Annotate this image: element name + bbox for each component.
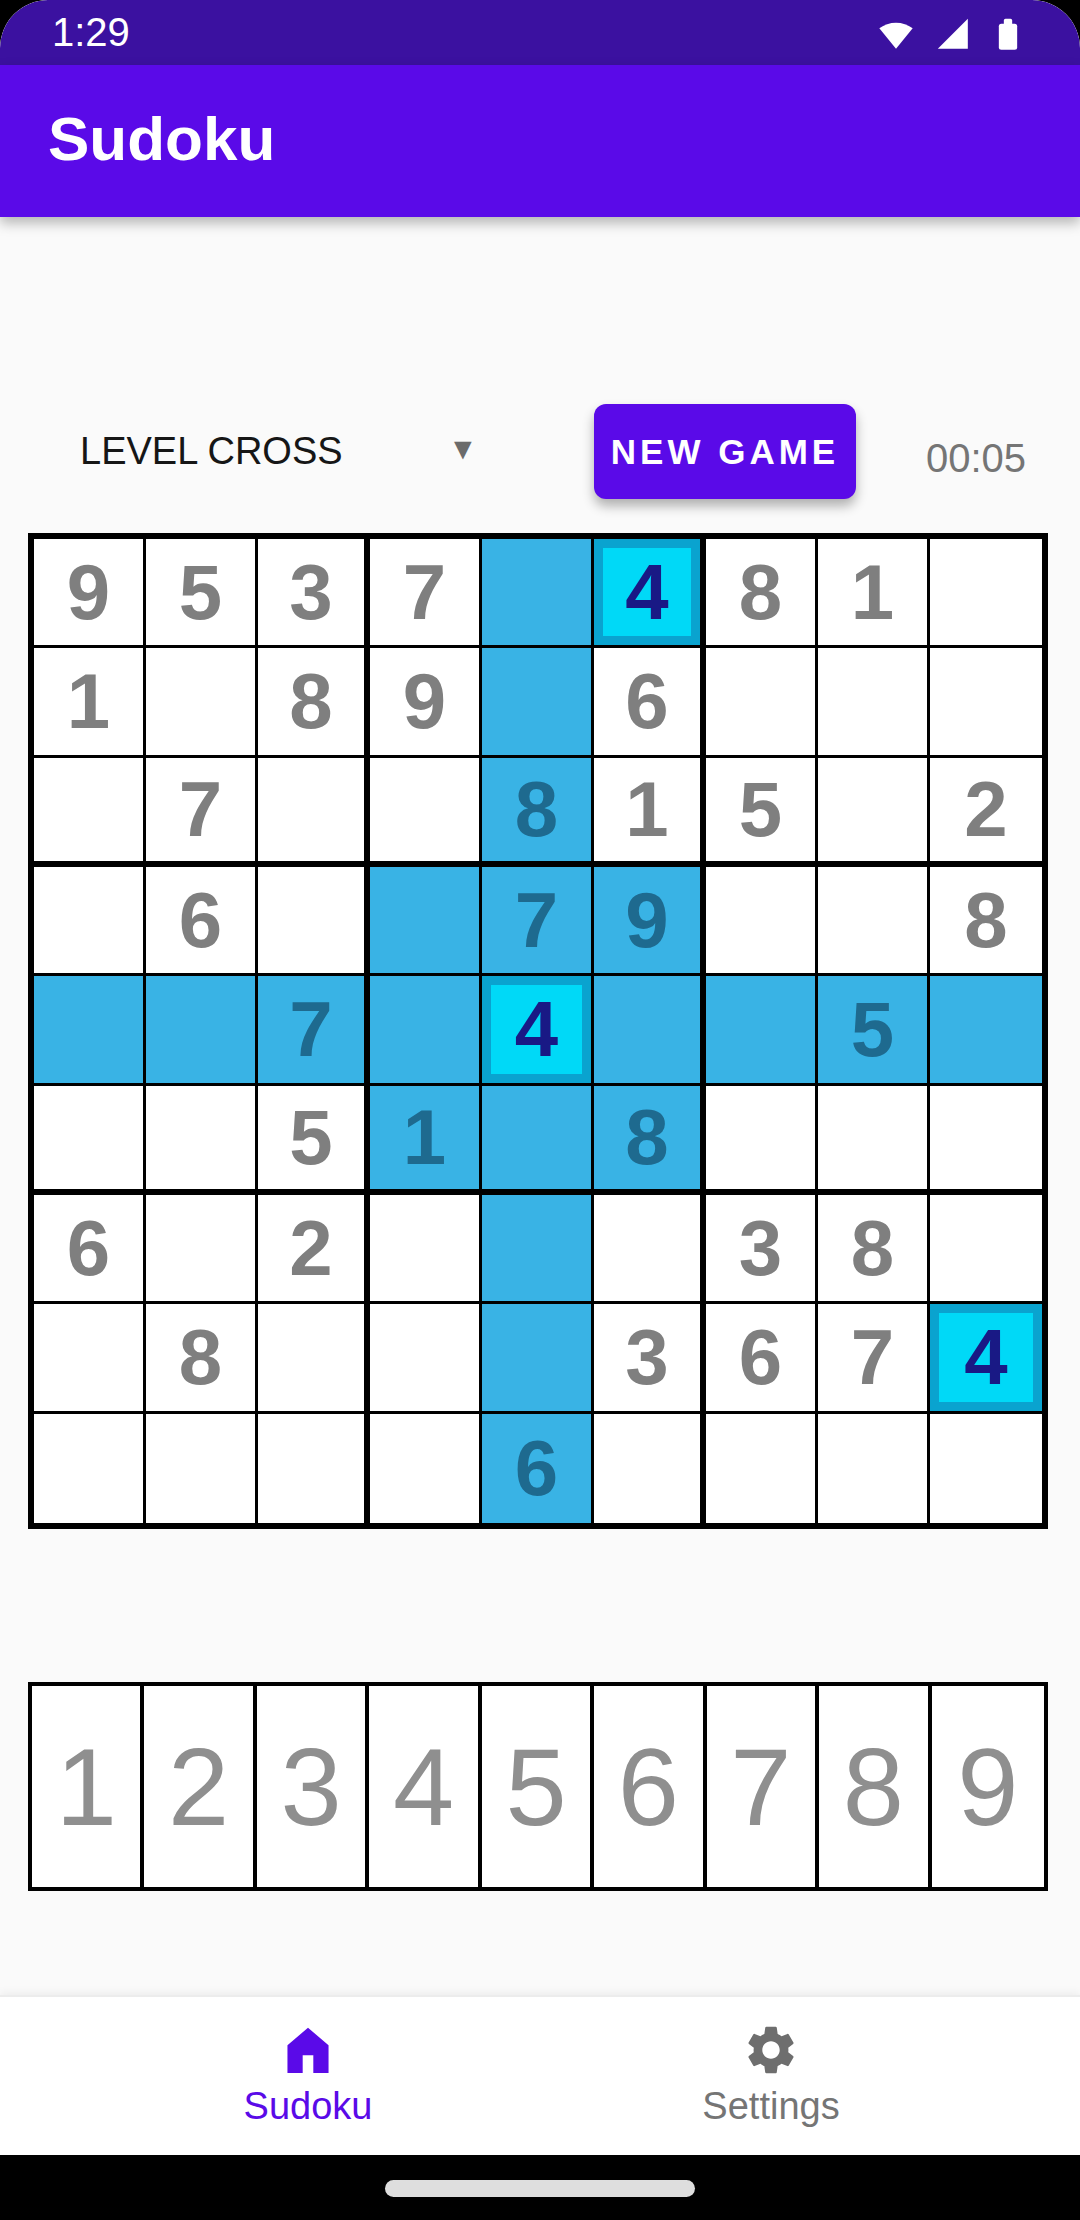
cell-digit: 4 <box>625 553 668 631</box>
numpad-button-7[interactable]: 7 <box>707 1686 819 1887</box>
cell-r3c9[interactable]: 2 <box>930 758 1042 867</box>
nav-item-sudoku[interactable]: Sudoku <box>148 1997 468 2128</box>
cell-r4c5[interactable]: 7 <box>482 867 594 976</box>
cell-r1c9[interactable] <box>930 539 1042 648</box>
cell-digit: 7 <box>403 553 446 631</box>
cell-digit: 9 <box>625 881 668 959</box>
cell-digit: 5 <box>739 770 782 848</box>
cell-r2c6[interactable]: 6 <box>594 648 706 757</box>
cell-r4c2[interactable]: 6 <box>146 867 258 976</box>
cell-r5c4[interactable] <box>370 976 482 1085</box>
cell-r9c4[interactable] <box>370 1414 482 1523</box>
cell-r8c3[interactable] <box>258 1304 370 1413</box>
cell-r8c8[interactable]: 7 <box>818 1304 930 1413</box>
cell-digit: 6 <box>179 881 222 959</box>
cell-r2c9[interactable] <box>930 648 1042 757</box>
cell-r7c9[interactable] <box>930 1195 1042 1304</box>
page-title: Sudoku <box>48 103 275 174</box>
cell-digit: 1 <box>851 553 894 631</box>
cell-digit: 8 <box>964 881 1007 959</box>
cell-r4c8[interactable] <box>818 867 930 976</box>
cell-r1c5[interactable] <box>482 539 594 648</box>
wifi-icon <box>876 13 916 53</box>
cell-digit: 1 <box>67 662 110 740</box>
cell-digit: 8 <box>515 770 558 848</box>
numpad-button-6[interactable]: 6 <box>594 1686 706 1887</box>
cell-r5c2[interactable] <box>146 976 258 1085</box>
cell-r4c1[interactable] <box>34 867 146 976</box>
cell-r9c9[interactable] <box>930 1414 1042 1523</box>
cell-digit: 3 <box>625 1318 668 1396</box>
cell-r6c4[interactable]: 1 <box>370 1086 482 1195</box>
cell-digit: 1 <box>403 1098 446 1176</box>
cell-r2c2[interactable] <box>146 648 258 757</box>
cell-r1c3[interactable]: 3 <box>258 539 370 648</box>
home-indicator[interactable] <box>385 2180 695 2197</box>
cell-r4c7[interactable] <box>706 867 818 976</box>
cell-r6c9[interactable] <box>930 1086 1042 1195</box>
cell-digit: 5 <box>851 990 894 1068</box>
numpad-button-4[interactable]: 4 <box>369 1686 481 1887</box>
cell-r7c3[interactable]: 2 <box>258 1195 370 1304</box>
cell-digit: 1 <box>625 770 668 848</box>
cell-r7c7[interactable]: 3 <box>706 1195 818 1304</box>
cell-r6c3[interactable]: 5 <box>258 1086 370 1195</box>
cell-r9c8[interactable] <box>818 1414 930 1523</box>
cell-r1c1[interactable]: 9 <box>34 539 146 648</box>
app-bar: Sudoku <box>0 65 1080 217</box>
phone-screen: 1:29 Sudoku LEVEL CROSS ▼ NEW GAME 00:05… <box>0 0 1080 2220</box>
cell-r9c6[interactable] <box>594 1414 706 1523</box>
cell-r3c8[interactable] <box>818 758 930 867</box>
cell-digit: 6 <box>739 1318 782 1396</box>
number-pad: 123456789 <box>28 1682 1048 1891</box>
cell-r7c4[interactable] <box>370 1195 482 1304</box>
cell-r1c8[interactable]: 1 <box>818 539 930 648</box>
home-icon <box>279 2021 337 2079</box>
gesture-bar <box>0 2155 1080 2220</box>
cellular-signal-icon <box>932 13 972 53</box>
cell-r4c9[interactable]: 8 <box>930 867 1042 976</box>
numpad-button-1[interactable]: 1 <box>32 1686 144 1887</box>
cell-digit: 9 <box>403 662 446 740</box>
cell-r7c8[interactable]: 8 <box>818 1195 930 1304</box>
cell-r4c6[interactable]: 9 <box>594 867 706 976</box>
cell-r2c1[interactable]: 1 <box>34 648 146 757</box>
cell-r2c3[interactable]: 8 <box>258 648 370 757</box>
cell-r5c5[interactable]: 4 <box>482 976 594 1085</box>
cell-digit: 5 <box>289 1098 332 1176</box>
numpad-button-9[interactable]: 9 <box>932 1686 1044 1887</box>
cell-digit: 8 <box>179 1318 222 1396</box>
battery-icon <box>988 13 1028 53</box>
chevron-down-icon[interactable]: ▼ <box>448 432 478 466</box>
cell-digit: 6 <box>515 1429 558 1507</box>
cell-digit: 7 <box>179 770 222 848</box>
cell-digit: 6 <box>67 1209 110 1287</box>
cell-r4c3[interactable] <box>258 867 370 976</box>
cell-r3c1[interactable] <box>34 758 146 867</box>
cell-r7c6[interactable] <box>594 1195 706 1304</box>
sudoku-grid: 953748118967815267987455186238836746 <box>28 533 1048 1529</box>
cell-r5c3[interactable]: 7 <box>258 976 370 1085</box>
cell-r3c4[interactable] <box>370 758 482 867</box>
cell-r8c2[interactable]: 8 <box>146 1304 258 1413</box>
nav-label-sudoku: Sudoku <box>148 2085 468 2128</box>
cell-r5c7[interactable] <box>706 976 818 1085</box>
cell-r6c8[interactable] <box>818 1086 930 1195</box>
cell-digit: 8 <box>625 1098 668 1176</box>
cell-r6c6[interactable]: 8 <box>594 1086 706 1195</box>
cell-r6c2[interactable] <box>146 1086 258 1195</box>
cell-r2c5[interactable] <box>482 648 594 757</box>
cell-digit: 3 <box>289 553 332 631</box>
cell-r8c7[interactable]: 6 <box>706 1304 818 1413</box>
cell-digit: 8 <box>851 1209 894 1287</box>
cell-r3c3[interactable] <box>258 758 370 867</box>
cell-digit: 4 <box>964 1318 1007 1396</box>
cell-digit: 8 <box>739 553 782 631</box>
cell-r8c9[interactable]: 4 <box>930 1304 1042 1413</box>
cell-r3c6[interactable]: 1 <box>594 758 706 867</box>
cell-r8c6[interactable]: 3 <box>594 1304 706 1413</box>
gear-icon <box>742 2021 800 2079</box>
cell-r1c6[interactable]: 4 <box>594 539 706 648</box>
cell-r2c4[interactable]: 9 <box>370 648 482 757</box>
numpad-button-8[interactable]: 8 <box>819 1686 931 1887</box>
cell-r8c1[interactable] <box>34 1304 146 1413</box>
cell-digit: 4 <box>515 990 558 1068</box>
cell-digit: 8 <box>289 662 332 740</box>
cell-r3c2[interactable]: 7 <box>146 758 258 867</box>
cell-digit: 7 <box>515 881 558 959</box>
cell-r6c1[interactable] <box>34 1086 146 1195</box>
status-time: 1:29 <box>52 10 130 55</box>
cell-r5c8[interactable]: 5 <box>818 976 930 1085</box>
cell-r1c2[interactable]: 5 <box>146 539 258 648</box>
status-icons <box>876 13 1028 53</box>
cell-r9c7[interactable] <box>706 1414 818 1523</box>
cell-r9c2[interactable] <box>146 1414 258 1523</box>
cell-r4c4[interactable] <box>370 867 482 976</box>
new-game-button[interactable]: NEW GAME <box>594 404 856 499</box>
bottom-navigation: Sudoku Settings <box>0 1995 1080 2157</box>
cell-r3c7[interactable]: 5 <box>706 758 818 867</box>
cell-digit: 7 <box>289 990 332 1068</box>
cell-r1c7[interactable]: 8 <box>706 539 818 648</box>
cell-digit: 5 <box>179 553 222 631</box>
cell-r7c1[interactable]: 6 <box>34 1195 146 1304</box>
cell-r9c1[interactable] <box>34 1414 146 1523</box>
cell-r9c3[interactable] <box>258 1414 370 1523</box>
cell-r7c2[interactable] <box>146 1195 258 1304</box>
cell-r5c1[interactable] <box>34 976 146 1085</box>
cell-r6c5[interactable] <box>482 1086 594 1195</box>
cell-r8c4[interactable] <box>370 1304 482 1413</box>
cell-digit: 7 <box>851 1318 894 1396</box>
cell-r6c7[interactable] <box>706 1086 818 1195</box>
nav-item-settings[interactable]: Settings <box>611 1997 931 2128</box>
numpad-button-3[interactable]: 3 <box>257 1686 369 1887</box>
numpad-button-5[interactable]: 5 <box>482 1686 594 1887</box>
cell-r1c4[interactable]: 7 <box>370 539 482 648</box>
cell-r2c8[interactable] <box>818 648 930 757</box>
level-selector[interactable]: LEVEL CROSS <box>80 430 343 473</box>
cell-digit: 2 <box>289 1209 332 1287</box>
cell-r5c6[interactable] <box>594 976 706 1085</box>
cell-digit: 6 <box>625 662 668 740</box>
cell-digit: 2 <box>964 770 1007 848</box>
cell-digit: 9 <box>67 553 110 631</box>
cell-r8c5[interactable] <box>482 1304 594 1413</box>
nav-label-settings: Settings <box>611 2085 931 2128</box>
cell-digit: 3 <box>739 1209 782 1287</box>
cell-r2c7[interactable] <box>706 648 818 757</box>
game-timer: 00:05 <box>926 436 1026 481</box>
cell-r7c5[interactable] <box>482 1195 594 1304</box>
cell-r9c5[interactable]: 6 <box>482 1414 594 1523</box>
cell-r5c9[interactable] <box>930 976 1042 1085</box>
status-bar: 1:29 <box>0 0 1080 65</box>
numpad-button-2[interactable]: 2 <box>144 1686 256 1887</box>
cell-r3c5[interactable]: 8 <box>482 758 594 867</box>
